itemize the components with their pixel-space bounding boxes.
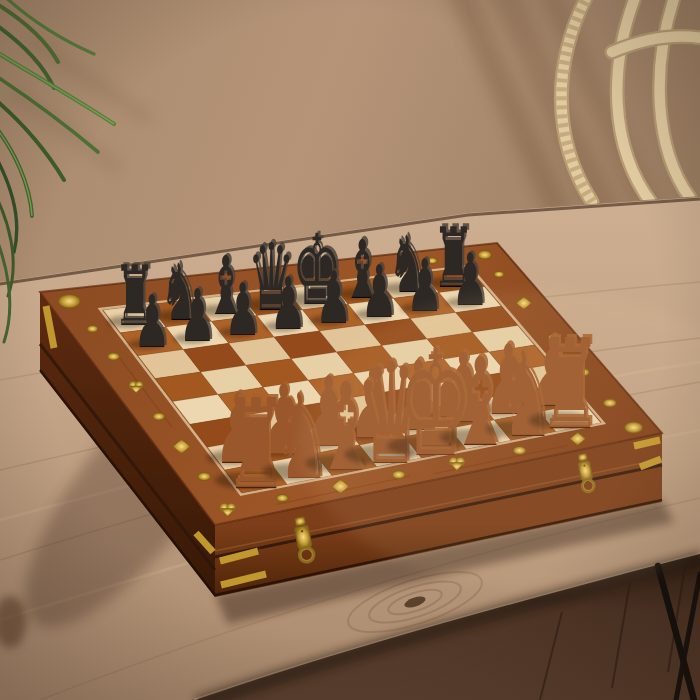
scene-canvas: ♜♜♞♞♝♝♛♛♚♚♝♝♞♞♜♜♟♟♟♟♟♟♟♟♟♟♟♟♟♟♟♟♟♟♟♟♟♟♟♟…: [0, 0, 700, 700]
lighting-vignette: [0, 0, 700, 700]
photo-scene: ♜♜♞♞♝♝♛♛♚♚♝♝♞♞♜♜♟♟♟♟♟♟♟♟♟♟♟♟♟♟♟♟♟♟♟♟♟♟♟♟…: [0, 0, 700, 700]
